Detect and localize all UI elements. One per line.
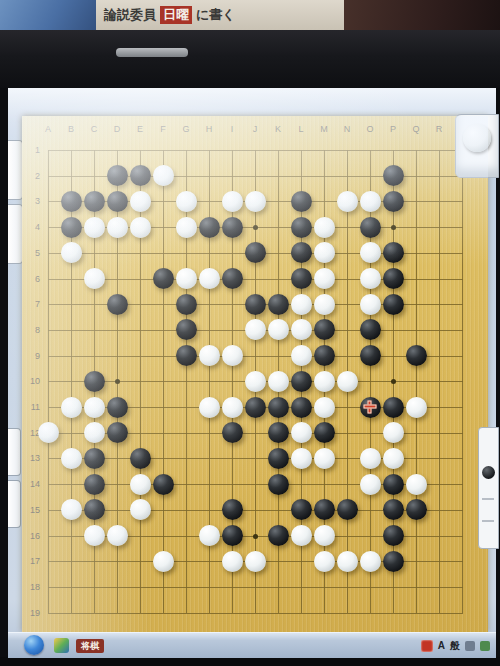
column-label: I: [224, 124, 240, 134]
column-label: G: [178, 124, 194, 134]
stone-white: [176, 217, 197, 238]
stone-black: [245, 397, 266, 418]
row-label: 10: [24, 376, 40, 386]
stone-white: [199, 345, 220, 366]
stone-white: [199, 397, 220, 418]
stone-black: [360, 217, 381, 238]
stone-black: [291, 397, 312, 418]
stone-white: [245, 371, 266, 392]
stone-white: [107, 217, 128, 238]
column-label: J: [247, 124, 263, 134]
stone-white: [314, 448, 335, 469]
stone-black: [84, 448, 105, 469]
stone-black: [84, 191, 105, 212]
stone-black: [130, 165, 151, 186]
stone-white: [314, 268, 335, 289]
tray-red-icon[interactable]: [421, 640, 433, 652]
stone-white: [360, 448, 381, 469]
stone-white: [291, 525, 312, 546]
stone-white: [360, 268, 381, 289]
stone-white: [360, 294, 381, 315]
column-label: K: [270, 124, 286, 134]
newspaper-text-right: に書く: [196, 6, 236, 24]
stone-black: [222, 217, 243, 238]
column-label: N: [339, 124, 355, 134]
row-label: 7: [24, 299, 40, 309]
stone-black: [337, 499, 358, 520]
stone-white: [107, 525, 128, 546]
stone-black: [291, 371, 312, 392]
ime-mode-a[interactable]: A: [438, 640, 445, 651]
stone-black: [314, 499, 335, 520]
stone-black: [268, 397, 289, 418]
column-label: H: [201, 124, 217, 134]
stone-white: [130, 191, 151, 212]
stone-white: [153, 165, 174, 186]
black-stone-panel[interactable]: [478, 427, 499, 549]
column-label: R: [431, 124, 447, 134]
stone-black: [383, 397, 404, 418]
stone-black: [383, 242, 404, 263]
last-move-marker: [364, 401, 377, 414]
stone-white: [291, 319, 312, 340]
stone-white: [383, 448, 404, 469]
star-point: [253, 534, 258, 539]
stone-white: [268, 371, 289, 392]
stone-black: [360, 345, 381, 366]
column-label: M: [316, 124, 332, 134]
stone-white: [314, 525, 335, 546]
stone-white: [291, 294, 312, 315]
stone-black: [199, 217, 220, 238]
row-label: 9: [24, 351, 40, 361]
ime-mode-general[interactable]: 般: [450, 639, 460, 653]
stone-white: [406, 397, 427, 418]
stone-white: [222, 551, 243, 572]
stone-white: [130, 217, 151, 238]
stone-white: [153, 551, 174, 572]
stone-black: [383, 191, 404, 212]
stone-white: [337, 371, 358, 392]
stone-white: [176, 191, 197, 212]
stone-black: [84, 371, 105, 392]
left-toolbar-button-2[interactable]: [8, 204, 23, 264]
stone-black: [360, 319, 381, 340]
background-window-light: [0, 0, 96, 33]
stone-white: [84, 525, 105, 546]
stone-black: [291, 499, 312, 520]
system-tray: A 般: [421, 637, 490, 654]
stone-black: [222, 525, 243, 546]
start-button[interactable]: [24, 635, 44, 655]
monitor-logo: [116, 48, 188, 57]
stone-black: [268, 474, 289, 495]
stone-white: [314, 371, 335, 392]
column-label: P: [385, 124, 401, 134]
stone-white: [314, 397, 335, 418]
stone-black: [107, 397, 128, 418]
taskbar-app-icon[interactable]: [54, 638, 69, 653]
stone-white: [314, 551, 335, 572]
stone-black: [314, 345, 335, 366]
column-label: F: [155, 124, 171, 134]
stone-black: [153, 268, 174, 289]
stone-black: [291, 242, 312, 263]
stone-black: [383, 525, 404, 546]
left-toolbar-button-4[interactable]: [8, 480, 21, 528]
stone-white: [84, 422, 105, 443]
stone-white: [61, 242, 82, 263]
background-newspaper: 論説委員 日曜 に書く: [96, 0, 352, 30]
monitor-bezel-top: [0, 30, 500, 88]
stone-white: [84, 268, 105, 289]
grid-line: [439, 150, 440, 613]
tray-icon[interactable]: [480, 641, 490, 651]
row-label: 5: [24, 248, 40, 258]
stone-white: [61, 499, 82, 520]
stone-white: [360, 191, 381, 212]
stone-black: [268, 525, 289, 546]
stone-black: [84, 499, 105, 520]
grid-line: [48, 613, 463, 614]
stone-black: [61, 217, 82, 238]
stone-white: [360, 242, 381, 263]
taskbar: 将棋 A 般: [8, 632, 496, 658]
column-label: E: [132, 124, 148, 134]
stone-white: [291, 422, 312, 443]
stone-white: [268, 319, 289, 340]
stone-white: [84, 217, 105, 238]
stone-black: [176, 294, 197, 315]
stone-black: [406, 345, 427, 366]
stone-black: [406, 499, 427, 520]
row-label: 19: [24, 608, 40, 618]
grid-line: [48, 587, 463, 588]
stone-white: [130, 499, 151, 520]
row-label: 15: [24, 505, 40, 515]
column-label: O: [362, 124, 378, 134]
stone-white: [337, 551, 358, 572]
panel-divider: [482, 498, 494, 500]
stone-black: [222, 422, 243, 443]
stone-black: [245, 242, 266, 263]
row-label: 6: [24, 274, 40, 284]
row-label: 11: [24, 402, 40, 412]
stone-black: [314, 319, 335, 340]
stone-white: [61, 448, 82, 469]
grid-line: [416, 150, 417, 613]
stone-black: [107, 294, 128, 315]
stone-white: [84, 397, 105, 418]
stone-black: [130, 448, 151, 469]
tray-icon[interactable]: [465, 641, 475, 651]
stone-black: [107, 191, 128, 212]
stone-white: [130, 474, 151, 495]
stone-white: [337, 191, 358, 212]
column-label: C: [86, 124, 102, 134]
stone-white: [314, 217, 335, 238]
column-label: L: [293, 124, 309, 134]
grid-line: [462, 150, 463, 613]
stone-white: [199, 525, 220, 546]
stone-white: [176, 268, 197, 289]
stone-black: [383, 294, 404, 315]
stone-black: [291, 268, 312, 289]
stone-white: [360, 551, 381, 572]
panel-divider: [482, 520, 494, 522]
white-stone-icon: [463, 124, 491, 152]
stone-black: [176, 345, 197, 366]
newspaper-text-highlight: 日曜: [160, 6, 192, 24]
left-toolbar-button-1[interactable]: [8, 140, 23, 200]
photo-of-monitor: 論説委員 日曜 に書く ABCDEFGHIJKLMNOPQRS123456789…: [0, 0, 500, 666]
column-label: B: [63, 124, 79, 134]
column-label: Q: [408, 124, 424, 134]
background-shelf: [344, 0, 500, 33]
stone-black: [176, 319, 197, 340]
stone-white: [199, 268, 220, 289]
stone-white: [222, 191, 243, 212]
row-label: 17: [24, 556, 40, 566]
black-stone-icon: [482, 466, 495, 479]
stone-white: [360, 474, 381, 495]
taskbar-app-label[interactable]: 将棋: [76, 639, 104, 653]
stone-black: [291, 191, 312, 212]
row-label: 13: [24, 453, 40, 463]
stone-black: [61, 191, 82, 212]
stone-black: [383, 499, 404, 520]
stone-black: [360, 397, 381, 418]
stone-white: [291, 345, 312, 366]
stone-black: [314, 422, 335, 443]
stone-black: [383, 268, 404, 289]
stone-black: [222, 268, 243, 289]
newspaper-text: 論説委員: [104, 6, 156, 24]
row-label: 8: [24, 325, 40, 335]
monitor-bezel-left: [0, 88, 8, 666]
stone-black: [84, 474, 105, 495]
stone-black: [245, 294, 266, 315]
row-label: 16: [24, 531, 40, 541]
stone-white: [314, 294, 335, 315]
stone-black: [107, 165, 128, 186]
row-label: 14: [24, 479, 40, 489]
row-label: 1: [24, 145, 40, 155]
stone-black: [291, 217, 312, 238]
stone-white: [245, 319, 266, 340]
stone-black: [107, 422, 128, 443]
go-board[interactable]: ABCDEFGHIJKLMNOPQRS123456789101112131415…: [22, 116, 488, 632]
row-label: 2: [24, 171, 40, 181]
stone-black: [383, 165, 404, 186]
row-label: 4: [24, 222, 40, 232]
monitor-bezel-bottom: [0, 657, 500, 666]
stone-white: [291, 448, 312, 469]
stone-white: [222, 345, 243, 366]
left-toolbar-button-3[interactable]: [8, 428, 21, 476]
stone-black: [153, 474, 174, 495]
stone-white: [61, 397, 82, 418]
stone-white: [314, 242, 335, 263]
stone-white: [245, 551, 266, 572]
row-label: 3: [24, 196, 40, 206]
stone-white: [38, 422, 59, 443]
stone-black: [268, 294, 289, 315]
stone-white: [406, 474, 427, 495]
stone-black: [222, 499, 243, 520]
stone-black: [383, 551, 404, 572]
stone-white: [383, 422, 404, 443]
row-label: 18: [24, 582, 40, 592]
stone-black: [383, 474, 404, 495]
stone-white: [245, 191, 266, 212]
column-label: A: [40, 124, 56, 134]
stone-black: [268, 448, 289, 469]
stone-black: [268, 422, 289, 443]
white-stone-button[interactable]: [455, 114, 499, 178]
column-label: D: [109, 124, 125, 134]
stone-white: [222, 397, 243, 418]
